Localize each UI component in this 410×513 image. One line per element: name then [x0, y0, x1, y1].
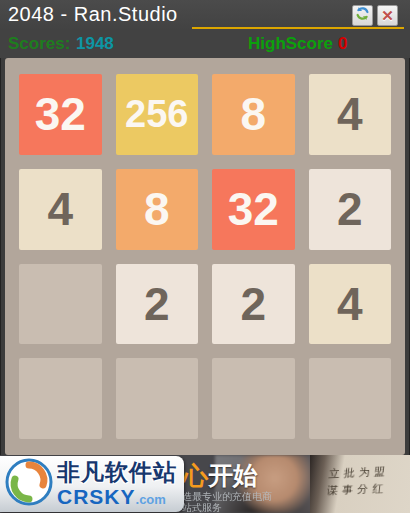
ad-banner[interactable]: 立批为盟 谋事分红 心开始 打造最专业的充值电商 一站式服务 非凡软件站 CRS… [0, 455, 410, 513]
ad-slogan-heart: 心 [183, 461, 208, 489]
tile-4: 4 [19, 169, 102, 250]
title-underline [192, 27, 404, 29]
crsky-watermark-logo: 非凡软件站 CRSKY.com [0, 456, 184, 512]
refresh-button[interactable] [352, 5, 373, 26]
tile-256: 256 [116, 74, 199, 155]
empty-cell [19, 358, 102, 439]
scores-label: Scores: [8, 34, 70, 54]
crsky-domain: CRSKY [57, 485, 136, 508]
highscore-value: 0 [338, 34, 347, 54]
ad-calligraphy-panel: 立批为盟 谋事分红 [310, 455, 410, 513]
tile-2: 2 [116, 264, 199, 345]
tile-32: 32 [212, 169, 295, 250]
window-title: 2048 - Ran.Studio [8, 3, 178, 26]
scores-value: 1948 [76, 34, 114, 54]
ad-calligraphy-text: 立批为盟 谋事分红 [326, 463, 408, 500]
crsky-site-name: 非凡软件站 [57, 461, 177, 484]
tile-4: 4 [309, 74, 392, 155]
close-icon: ✕ [381, 8, 394, 23]
empty-cell [212, 358, 295, 439]
title-bar[interactable]: 2048 - Ran.Studio ✕ [0, 0, 410, 30]
tile-2: 2 [309, 169, 392, 250]
score-bar: Scores: 1948 HighScore 0 [0, 30, 410, 58]
refresh-icon [355, 6, 370, 25]
tile-4: 4 [309, 264, 392, 345]
board[interactable]: 322568448322224 [5, 58, 405, 455]
highscore-label: HighScore [248, 34, 333, 54]
crsky-swirl-icon [3, 456, 55, 512]
close-button[interactable]: ✕ [377, 5, 398, 26]
empty-cell [116, 358, 199, 439]
app-window: 2048 - Ran.Studio ✕ Scores: 1948 HighSco… [0, 0, 410, 513]
ad-slogan: 心开始 [183, 459, 258, 492]
tile-8: 8 [116, 169, 199, 250]
empty-cell [19, 264, 102, 345]
tile-32: 32 [19, 74, 102, 155]
tile-2: 2 [212, 264, 295, 345]
crsky-logo-text: 非凡软件站 CRSKY.com [57, 461, 177, 507]
tile-8: 8 [212, 74, 295, 155]
empty-cell [309, 358, 392, 439]
